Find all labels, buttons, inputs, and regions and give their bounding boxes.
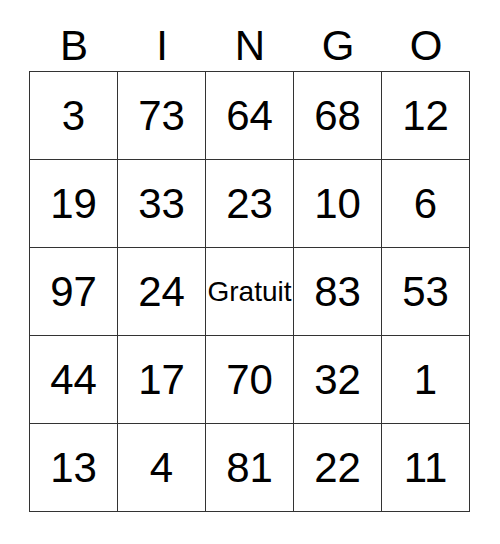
bingo-grid: 3 73 64 68 12 19 33 23 10 6 97 24 Gratui… (29, 71, 470, 512)
bingo-cell: 24 (118, 248, 206, 336)
bingo-header: B I N G O (30, 0, 470, 71)
bingo-cell: 83 (294, 248, 382, 336)
header-letter-n: N (206, 0, 294, 71)
bingo-cell: 12 (382, 72, 470, 160)
bingo-cell: 33 (118, 160, 206, 248)
bingo-cell: 53 (382, 248, 470, 336)
bingo-cell: 11 (382, 424, 470, 512)
bingo-cell: 6 (382, 160, 470, 248)
header-letter-b: B (30, 0, 118, 71)
bingo-cell: 13 (30, 424, 118, 512)
bingo-cell: 81 (206, 424, 294, 512)
bingo-cell: 1 (382, 336, 470, 424)
header-letter-g: G (294, 0, 382, 71)
header-letter-o: O (382, 0, 470, 71)
bingo-cell: 4 (118, 424, 206, 512)
bingo-card: B I N G O 3 73 64 68 12 19 33 23 10 6 97… (0, 0, 500, 544)
bingo-cell: 73 (118, 72, 206, 160)
bingo-cell: 68 (294, 72, 382, 160)
bingo-cell: 97 (30, 248, 118, 336)
bingo-cell: 44 (30, 336, 118, 424)
bingo-cell: 3 (30, 72, 118, 160)
free-cell: Gratuit (206, 248, 294, 336)
bingo-cell: 70 (206, 336, 294, 424)
bingo-cell: 22 (294, 424, 382, 512)
bingo-cell: 19 (30, 160, 118, 248)
bingo-cell: 23 (206, 160, 294, 248)
bingo-cell: 32 (294, 336, 382, 424)
bingo-cell: 17 (118, 336, 206, 424)
bingo-cell: 64 (206, 72, 294, 160)
header-letter-i: I (118, 0, 206, 71)
bingo-cell: 10 (294, 160, 382, 248)
